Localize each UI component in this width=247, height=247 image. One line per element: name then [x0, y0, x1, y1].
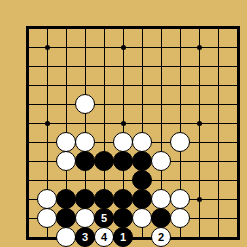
move-5-stone-black: 5 — [94, 208, 114, 228]
stone-white — [170, 189, 190, 209]
stone-white — [75, 208, 95, 228]
stone-black — [113, 151, 133, 171]
star-point — [197, 121, 202, 126]
stone-black — [94, 189, 114, 209]
stone-white — [151, 189, 171, 209]
stone-white — [37, 208, 57, 228]
stone-white — [113, 132, 133, 152]
star-point — [45, 121, 50, 126]
stone-black — [113, 189, 133, 209]
star-point — [121, 45, 126, 50]
stone-black — [56, 208, 76, 228]
stone-black — [75, 189, 95, 209]
stone-white — [56, 132, 76, 152]
stone-black — [151, 208, 171, 228]
move-3-stone-black: 3 — [75, 227, 95, 247]
star-point — [197, 45, 202, 50]
stone-white — [56, 227, 76, 247]
move-2-stone-white: 2 — [151, 227, 171, 247]
stone-white — [37, 189, 57, 209]
stone-black — [94, 151, 114, 171]
star-point — [45, 45, 50, 50]
move-4-stone-white: 4 — [94, 227, 114, 247]
stone-white — [170, 132, 190, 152]
stone-black — [132, 170, 152, 190]
board-frame — [26, 26, 240, 240]
stone-white — [75, 94, 95, 114]
go-diagram: 53412 — [0, 0, 247, 247]
stone-black — [132, 151, 152, 171]
stone-black — [56, 189, 76, 209]
stone-black — [113, 208, 133, 228]
stone-white — [132, 208, 152, 228]
stone-black — [132, 189, 152, 209]
stone-white — [132, 132, 152, 152]
stone-white — [170, 208, 190, 228]
star-point — [121, 121, 126, 126]
move-1-stone-black: 1 — [113, 227, 133, 247]
star-point — [197, 197, 202, 202]
stone-white — [75, 132, 95, 152]
stone-white — [151, 151, 171, 171]
stone-white — [56, 151, 76, 171]
stone-black — [75, 151, 95, 171]
